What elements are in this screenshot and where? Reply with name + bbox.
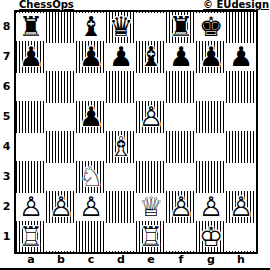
square-h3[interactable] [226, 162, 256, 192]
square-e6[interactable] [136, 72, 166, 102]
square-e3[interactable] [136, 162, 166, 192]
rank-label-2: 2 [0, 192, 13, 222]
square-a1[interactable]: ♜♖ [16, 222, 46, 252]
square-c7[interactable]: ♟ [76, 42, 106, 72]
rank-label-1: 1 [0, 222, 13, 252]
black-pawn-c5: ♟ [76, 102, 106, 132]
white-pawn-c2: ♟♙ [76, 192, 106, 222]
square-d2[interactable] [106, 192, 136, 222]
square-d6[interactable] [106, 72, 136, 102]
square-g7[interactable]: ♟ [196, 42, 226, 72]
chess-board: ♜♝♛♜♚♟♟♟♝♟♟♟♟♟♙♝♗♞♘♟♙♟♙♟♙♛♕♟♙♟♙♟♙♜♖♜♖♚♔ [14, 10, 258, 254]
square-c2[interactable]: ♟♙ [76, 192, 106, 222]
square-h8[interactable] [226, 12, 256, 42]
white-queen-e2: ♛♕ [136, 192, 166, 222]
square-f4[interactable] [166, 132, 196, 162]
header: ChessOps © EUdesign [0, 0, 270, 10]
white-pawn-a2: ♟♙ [16, 192, 46, 222]
white-rook-e1: ♜♖ [136, 222, 166, 252]
square-e7[interactable]: ♝ [136, 42, 166, 72]
square-c3[interactable]: ♞♘ [76, 162, 106, 192]
square-d4[interactable]: ♝♗ [106, 132, 136, 162]
file-label-h: h [226, 254, 256, 266]
square-e1[interactable]: ♜♖ [136, 222, 166, 252]
square-a2[interactable]: ♟♙ [16, 192, 46, 222]
square-a6[interactable] [16, 72, 46, 102]
square-f7[interactable]: ♟ [166, 42, 196, 72]
square-d3[interactable] [106, 162, 136, 192]
square-f2[interactable]: ♟♙ [166, 192, 196, 222]
square-g8[interactable]: ♚ [196, 12, 226, 42]
black-rook-f8: ♜ [166, 12, 196, 42]
white-rook-a1: ♜♖ [16, 222, 46, 252]
file-labels: abcdefgh [16, 254, 256, 266]
white-pawn-e5: ♟♙ [136, 102, 166, 132]
square-b6[interactable] [46, 72, 76, 102]
chessops-link[interactable]: ChessOps [19, 0, 74, 10]
black-king-g8: ♚ [196, 12, 226, 42]
square-b4[interactable] [46, 132, 76, 162]
square-e8[interactable] [136, 12, 166, 42]
rank-labels: 87654321 [0, 12, 13, 252]
square-c6[interactable] [76, 72, 106, 102]
square-a8[interactable]: ♜ [16, 12, 46, 42]
rank-label-8: 8 [0, 12, 13, 42]
square-g6[interactable] [196, 72, 226, 102]
square-g5[interactable] [196, 102, 226, 132]
white-pawn-h2: ♟♙ [226, 192, 256, 222]
eudesign-credit-link[interactable]: © EUdesign [203, 0, 269, 10]
white-bishop-d4: ♝♗ [106, 132, 136, 162]
square-e2[interactable]: ♛♕ [136, 192, 166, 222]
file-label-e: e [136, 254, 166, 266]
black-rook-a8: ♜ [16, 12, 46, 42]
black-bishop-e7: ♝ [136, 42, 166, 72]
square-b2[interactable]: ♟♙ [46, 192, 76, 222]
file-label-g: g [196, 254, 226, 266]
black-bishop-c8: ♝ [76, 12, 106, 42]
square-d7[interactable]: ♟ [106, 42, 136, 72]
square-f6[interactable] [166, 72, 196, 102]
rank-label-4: 4 [0, 132, 13, 162]
file-label-a: a [16, 254, 46, 266]
rank-label-3: 3 [0, 162, 13, 192]
square-f5[interactable] [166, 102, 196, 132]
black-queen-d8: ♛ [106, 12, 136, 42]
square-b1[interactable] [46, 222, 76, 252]
square-h1[interactable] [226, 222, 256, 252]
square-g1[interactable]: ♚♔ [196, 222, 226, 252]
square-e4[interactable] [136, 132, 166, 162]
square-b5[interactable] [46, 102, 76, 132]
square-g2[interactable]: ♟♙ [196, 192, 226, 222]
square-c8[interactable]: ♝ [76, 12, 106, 42]
rank-label-7: 7 [0, 42, 13, 72]
white-pawn-b2: ♟♙ [46, 192, 76, 222]
square-a4[interactable] [16, 132, 46, 162]
rank-label-6: 6 [0, 72, 13, 102]
square-b3[interactable] [46, 162, 76, 192]
square-f8[interactable]: ♜ [166, 12, 196, 42]
black-pawn-g7: ♟ [196, 42, 226, 72]
square-f1[interactable] [166, 222, 196, 252]
square-d1[interactable] [106, 222, 136, 252]
black-pawn-d7: ♟ [106, 42, 136, 72]
square-c5[interactable]: ♟ [76, 102, 106, 132]
square-c4[interactable] [76, 132, 106, 162]
file-label-c: c [76, 254, 106, 266]
square-h5[interactable] [226, 102, 256, 132]
black-pawn-h7: ♟ [226, 42, 256, 72]
file-label-d: d [106, 254, 136, 266]
square-h4[interactable] [226, 132, 256, 162]
square-d5[interactable] [106, 102, 136, 132]
square-b8[interactable] [46, 12, 76, 42]
square-g4[interactable] [196, 132, 226, 162]
white-knight-c3: ♞♘ [76, 162, 106, 192]
square-b7[interactable] [46, 42, 76, 72]
square-h2[interactable]: ♟♙ [226, 192, 256, 222]
square-c1[interactable] [76, 222, 106, 252]
black-pawn-c7: ♟ [76, 42, 106, 72]
square-g3[interactable] [196, 162, 226, 192]
square-d8[interactable]: ♛ [106, 12, 136, 42]
white-pawn-f2: ♟♙ [166, 192, 196, 222]
chess-diagram-page: ChessOps © EUdesign 87654321 ♜♝♛♜♚♟♟♟♝♟♟… [0, 0, 270, 270]
black-pawn-f7: ♟ [166, 42, 196, 72]
square-a5[interactable] [16, 102, 46, 132]
rank-label-5: 5 [0, 102, 13, 132]
white-king-g1: ♚♔ [196, 222, 226, 252]
file-label-f: f [166, 254, 196, 266]
square-e5[interactable]: ♟♙ [136, 102, 166, 132]
black-pawn-a7: ♟ [16, 42, 46, 72]
square-h7[interactable]: ♟ [226, 42, 256, 72]
square-a3[interactable] [16, 162, 46, 192]
square-h6[interactable] [226, 72, 256, 102]
white-pawn-g2: ♟♙ [196, 192, 226, 222]
file-label-b: b [46, 254, 76, 266]
square-f3[interactable] [166, 162, 196, 192]
square-a7[interactable]: ♟ [16, 42, 46, 72]
